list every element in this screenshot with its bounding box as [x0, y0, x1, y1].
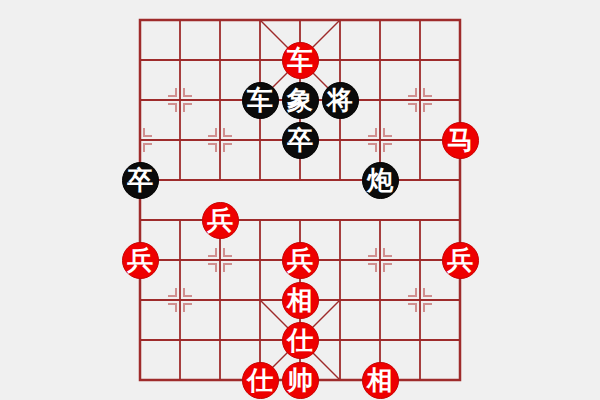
piece-red-soldier[interactable]: 兵: [202, 202, 239, 239]
piece-black-soldier[interactable]: 卒: [122, 162, 159, 199]
piece-red-elephant[interactable]: 相: [282, 282, 319, 319]
pieces-layer: 车马兵兵兵兵相仕仕帅相车象将卒卒炮: [0, 0, 600, 400]
piece-red-advisor[interactable]: 仕: [282, 322, 319, 359]
piece-red-soldier[interactable]: 兵: [282, 242, 319, 279]
piece-red-soldier[interactable]: 兵: [442, 242, 479, 279]
app-background: 车马兵兵兵兵相仕仕帅相车象将卒卒炮: [0, 0, 600, 400]
piece-black-soldier[interactable]: 卒: [282, 122, 319, 159]
xiangqi-board[interactable]: 车马兵兵兵兵相仕仕帅相车象将卒卒炮: [0, 0, 600, 400]
piece-red-chariot[interactable]: 车: [282, 42, 319, 79]
piece-red-advisor[interactable]: 仕: [242, 362, 279, 399]
piece-black-elephant[interactable]: 象: [282, 82, 319, 119]
piece-black-chariot[interactable]: 车: [242, 82, 279, 119]
piece-red-elephant[interactable]: 相: [362, 362, 399, 399]
piece-red-soldier[interactable]: 兵: [122, 242, 159, 279]
piece-black-general[interactable]: 将: [322, 82, 359, 119]
piece-red-general[interactable]: 帅: [282, 362, 319, 399]
piece-black-cannon[interactable]: 炮: [362, 162, 399, 199]
piece-red-horse[interactable]: 马: [442, 122, 479, 159]
